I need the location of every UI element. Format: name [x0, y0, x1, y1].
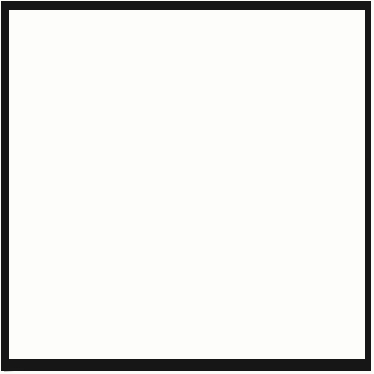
- chessboard: [9, 10, 365, 359]
- newspaper-chess-diagram: [0, 0, 374, 374]
- board-frame: [1, 1, 371, 371]
- print-smudge: [366, 40, 369, 50]
- print-smudge: [366, 150, 369, 158]
